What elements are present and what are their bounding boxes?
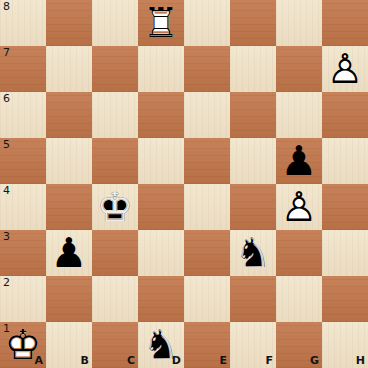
square-e4[interactable] <box>184 184 230 230</box>
rank-label-5: 5 <box>3 139 10 151</box>
white-pawn-outline-glyph: ♙ <box>276 184 322 230</box>
square-a6[interactable]: 6 <box>0 92 46 138</box>
square-h4[interactable] <box>322 184 368 230</box>
square-c7[interactable] <box>92 46 138 92</box>
piece-black-pawn[interactable]: ♟ <box>276 138 322 184</box>
square-e1[interactable]: E <box>184 322 230 368</box>
file-label-g: G <box>310 355 319 367</box>
square-h8[interactable] <box>322 0 368 46</box>
square-c1[interactable]: C <box>92 322 138 368</box>
black-king-outline-glyph: ♔ <box>92 184 138 230</box>
square-e2[interactable] <box>184 276 230 322</box>
file-label-f: F <box>265 355 273 367</box>
file-label-b: B <box>81 355 89 367</box>
square-e3[interactable] <box>184 230 230 276</box>
square-b7[interactable] <box>46 46 92 92</box>
square-d1[interactable]: D♞♘ <box>138 322 184 368</box>
square-b1[interactable]: B <box>46 322 92 368</box>
square-b2[interactable] <box>46 276 92 322</box>
square-g8[interactable] <box>276 0 322 46</box>
black-pawn-fill-glyph: ♟ <box>46 230 92 276</box>
square-c4[interactable]: ♚♔ <box>92 184 138 230</box>
square-f5[interactable] <box>230 138 276 184</box>
square-h3[interactable] <box>322 230 368 276</box>
file-label-e: E <box>219 355 227 367</box>
square-h7[interactable]: ♟♙ <box>322 46 368 92</box>
chess-board: 8♜♖7♟♙65♟4♚♔♟♙3♟♞♘21A♚♔BCD♞♘EFGH <box>0 0 368 368</box>
square-d7[interactable] <box>138 46 184 92</box>
square-g1[interactable]: G <box>276 322 322 368</box>
white-pawn-outline-glyph: ♙ <box>322 46 368 92</box>
square-g6[interactable] <box>276 92 322 138</box>
square-c5[interactable] <box>92 138 138 184</box>
square-d2[interactable] <box>138 276 184 322</box>
rank-label-2: 2 <box>3 277 10 289</box>
file-label-d: D <box>172 355 181 367</box>
square-f4[interactable] <box>230 184 276 230</box>
square-h1[interactable]: H <box>322 322 368 368</box>
piece-black-pawn[interactable]: ♟ <box>46 230 92 276</box>
square-b6[interactable] <box>46 92 92 138</box>
square-h5[interactable] <box>322 138 368 184</box>
square-b8[interactable] <box>46 0 92 46</box>
rank-label-6: 6 <box>3 93 10 105</box>
square-d8[interactable]: ♜♖ <box>138 0 184 46</box>
rank-label-1: 1 <box>3 323 10 335</box>
white-rook-outline-glyph: ♖ <box>138 0 184 46</box>
file-label-c: C <box>127 355 135 367</box>
square-g4[interactable]: ♟♙ <box>276 184 322 230</box>
piece-white-rook[interactable]: ♜♖ <box>138 0 184 46</box>
square-a8[interactable]: 8 <box>0 0 46 46</box>
square-g2[interactable] <box>276 276 322 322</box>
square-g5[interactable]: ♟ <box>276 138 322 184</box>
square-d5[interactable] <box>138 138 184 184</box>
square-b4[interactable] <box>46 184 92 230</box>
square-f8[interactable] <box>230 0 276 46</box>
square-d4[interactable] <box>138 184 184 230</box>
file-label-a: A <box>34 355 43 367</box>
square-a2[interactable]: 2 <box>0 276 46 322</box>
square-h2[interactable] <box>322 276 368 322</box>
square-f3[interactable]: ♞♘ <box>230 230 276 276</box>
square-e5[interactable] <box>184 138 230 184</box>
square-h6[interactable] <box>322 92 368 138</box>
rank-label-8: 8 <box>3 1 10 13</box>
square-a4[interactable]: 4 <box>0 184 46 230</box>
piece-white-pawn[interactable]: ♟♙ <box>276 184 322 230</box>
square-c8[interactable] <box>92 0 138 46</box>
rank-label-3: 3 <box>3 231 10 243</box>
square-g3[interactable] <box>276 230 322 276</box>
black-pawn-fill-glyph: ♟ <box>276 138 322 184</box>
square-e7[interactable] <box>184 46 230 92</box>
square-f1[interactable]: F <box>230 322 276 368</box>
black-knight-outline-glyph: ♘ <box>230 230 276 276</box>
square-c6[interactable] <box>92 92 138 138</box>
square-a7[interactable]: 7 <box>0 46 46 92</box>
square-e8[interactable] <box>184 0 230 46</box>
rank-label-7: 7 <box>3 47 10 59</box>
piece-black-knight[interactable]: ♞♘ <box>230 230 276 276</box>
file-label-h: H <box>356 355 365 367</box>
square-f6[interactable] <box>230 92 276 138</box>
piece-black-king[interactable]: ♚♔ <box>92 184 138 230</box>
square-c3[interactable] <box>92 230 138 276</box>
square-g7[interactable] <box>276 46 322 92</box>
square-d3[interactable] <box>138 230 184 276</box>
square-e6[interactable] <box>184 92 230 138</box>
square-f7[interactable] <box>230 46 276 92</box>
square-a5[interactable]: 5 <box>0 138 46 184</box>
square-d6[interactable] <box>138 92 184 138</box>
square-f2[interactable] <box>230 276 276 322</box>
square-c2[interactable] <box>92 276 138 322</box>
square-b3[interactable]: ♟ <box>46 230 92 276</box>
square-b5[interactable] <box>46 138 92 184</box>
square-a3[interactable]: 3 <box>0 230 46 276</box>
piece-white-pawn[interactable]: ♟♙ <box>322 46 368 92</box>
rank-label-4: 4 <box>3 185 10 197</box>
square-a1[interactable]: 1A♚♔ <box>0 322 46 368</box>
